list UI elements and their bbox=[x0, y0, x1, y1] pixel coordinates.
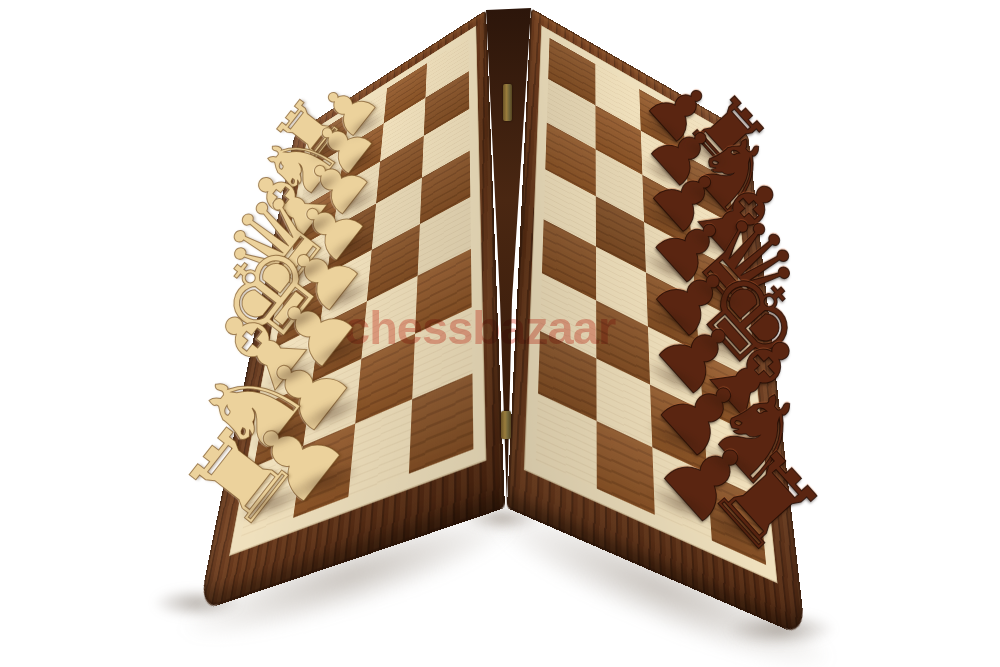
watermark: chessbazaar bbox=[344, 300, 615, 355]
hinge-top-brass bbox=[503, 84, 512, 121]
photo-scene: chessbazaar ♟♟♜♜♟♟♞♞♟♟♝♝♟♟♛♛♟♚♟♚♟♝♟♝♟♞♟♞… bbox=[0, 0, 1000, 667]
hinge-bottom-brass bbox=[501, 411, 511, 439]
